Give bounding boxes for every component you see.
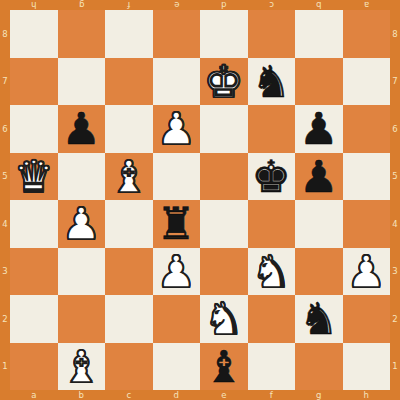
file-label-b: b [295,0,343,10]
rank-labels-right: 87654321 [390,10,400,390]
square-g3[interactable] [295,248,343,296]
file-label-h: h [10,0,58,10]
black-bishop[interactable]: ♝ [204,343,243,391]
square-e1[interactable]: ♝ [200,343,248,391]
square-c4[interactable] [105,200,153,248]
square-a7[interactable] [10,58,58,106]
square-d3[interactable]: ♟ [153,248,201,296]
chess-board[interactable]: ♚♞♟♟♟♛♝♚♟♟♜♟♞♟♞♞♝♝ [10,10,390,390]
square-b3[interactable] [58,248,106,296]
rank-labels-left: 87654321 [0,10,10,390]
white-bishop[interactable]: ♝ [62,343,101,391]
white-knight[interactable]: ♞ [204,295,243,343]
square-h4[interactable] [343,200,391,248]
rank-label-6: 6 [0,105,10,153]
square-f2[interactable] [248,295,296,343]
square-b8[interactable] [58,10,106,58]
square-c6[interactable] [105,105,153,153]
file-label-a: a [343,0,391,10]
white-knight[interactable]: ♞ [252,248,291,296]
rank-label-8: 8 [390,10,400,58]
square-d2[interactable] [153,295,201,343]
square-h6[interactable] [343,105,391,153]
square-h3[interactable]: ♟ [343,248,391,296]
rank-label-7: 7 [390,58,400,106]
square-f4[interactable] [248,200,296,248]
square-b1[interactable]: ♝ [58,343,106,391]
rank-label-7: 7 [0,58,10,106]
square-f6[interactable] [248,105,296,153]
square-b5[interactable] [58,153,106,201]
black-king[interactable]: ♚ [252,153,291,201]
square-f7[interactable]: ♞ [248,58,296,106]
square-d6[interactable]: ♟ [153,105,201,153]
file-label-f: f [105,0,153,10]
square-h8[interactable] [343,10,391,58]
file-label-h: h [343,390,391,400]
square-e4[interactable] [200,200,248,248]
square-c5[interactable]: ♝ [105,153,153,201]
file-label-e: e [153,0,201,10]
square-g8[interactable] [295,10,343,58]
square-c1[interactable] [105,343,153,391]
black-rook[interactable]: ♜ [157,200,196,248]
square-g2[interactable]: ♞ [295,295,343,343]
rank-label-4: 4 [0,200,10,248]
square-f5[interactable]: ♚ [248,153,296,201]
black-knight[interactable]: ♞ [252,58,291,106]
black-knight[interactable]: ♞ [299,295,338,343]
square-a4[interactable] [10,200,58,248]
square-d7[interactable] [153,58,201,106]
square-b6[interactable]: ♟ [58,105,106,153]
square-d8[interactable] [153,10,201,58]
rank-label-3: 3 [0,248,10,296]
square-f8[interactable] [248,10,296,58]
file-label-c: c [248,0,296,10]
rank-label-4: 4 [390,200,400,248]
white-queen[interactable]: ♛ [14,153,53,201]
board-frame: hgfedcba abcdefgh 87654321 87654321 ♚♞♟♟… [0,0,400,400]
square-d4[interactable]: ♜ [153,200,201,248]
file-label-a: a [10,390,58,400]
square-a3[interactable] [10,248,58,296]
file-label-d: d [153,390,201,400]
square-b7[interactable] [58,58,106,106]
file-label-g: g [58,0,106,10]
black-pawn[interactable]: ♟ [62,105,101,153]
file-label-b: b [58,390,106,400]
square-a5[interactable]: ♛ [10,153,58,201]
file-labels-top: hgfedcba [10,0,390,10]
file-label-d: d [200,0,248,10]
square-c3[interactable] [105,248,153,296]
file-label-c: c [105,390,153,400]
square-g7[interactable] [295,58,343,106]
black-pawn[interactable]: ♟ [299,105,338,153]
white-pawn[interactable]: ♟ [62,200,101,248]
square-g6[interactable]: ♟ [295,105,343,153]
square-a8[interactable] [10,10,58,58]
square-e5[interactable] [200,153,248,201]
square-d5[interactable] [153,153,201,201]
square-g5[interactable]: ♟ [295,153,343,201]
white-pawn[interactable]: ♟ [157,105,196,153]
rank-label-8: 8 [0,10,10,58]
square-g4[interactable] [295,200,343,248]
square-g1[interactable] [295,343,343,391]
square-h5[interactable] [343,153,391,201]
white-bishop[interactable]: ♝ [109,153,148,201]
white-pawn[interactable]: ♟ [347,248,386,296]
square-c7[interactable] [105,58,153,106]
square-h2[interactable] [343,295,391,343]
file-label-e: e [200,390,248,400]
white-king[interactable]: ♚ [204,58,243,106]
file-label-g: g [295,390,343,400]
square-e8[interactable] [200,10,248,58]
rank-label-2: 2 [390,295,400,343]
square-a2[interactable] [10,295,58,343]
square-e6[interactable] [200,105,248,153]
rank-label-6: 6 [390,105,400,153]
square-e3[interactable] [200,248,248,296]
square-c8[interactable] [105,10,153,58]
rank-label-3: 3 [390,248,400,296]
rank-label-5: 5 [390,153,400,201]
square-h7[interactable] [343,58,391,106]
white-pawn[interactable]: ♟ [157,248,196,296]
rank-label-2: 2 [0,295,10,343]
rank-label-5: 5 [0,153,10,201]
square-f3[interactable]: ♞ [248,248,296,296]
rank-label-1: 1 [390,343,400,391]
file-labels-bottom: abcdefgh [10,390,390,400]
square-a6[interactable] [10,105,58,153]
square-b4[interactable]: ♟ [58,200,106,248]
file-label-f: f [248,390,296,400]
square-f1[interactable] [248,343,296,391]
rank-label-1: 1 [0,343,10,391]
square-b2[interactable] [58,295,106,343]
square-e7[interactable]: ♚ [200,58,248,106]
square-c2[interactable] [105,295,153,343]
square-a1[interactable] [10,343,58,391]
square-e2[interactable]: ♞ [200,295,248,343]
black-pawn[interactable]: ♟ [299,153,338,201]
square-d1[interactable] [153,343,201,391]
square-h1[interactable] [343,343,391,391]
